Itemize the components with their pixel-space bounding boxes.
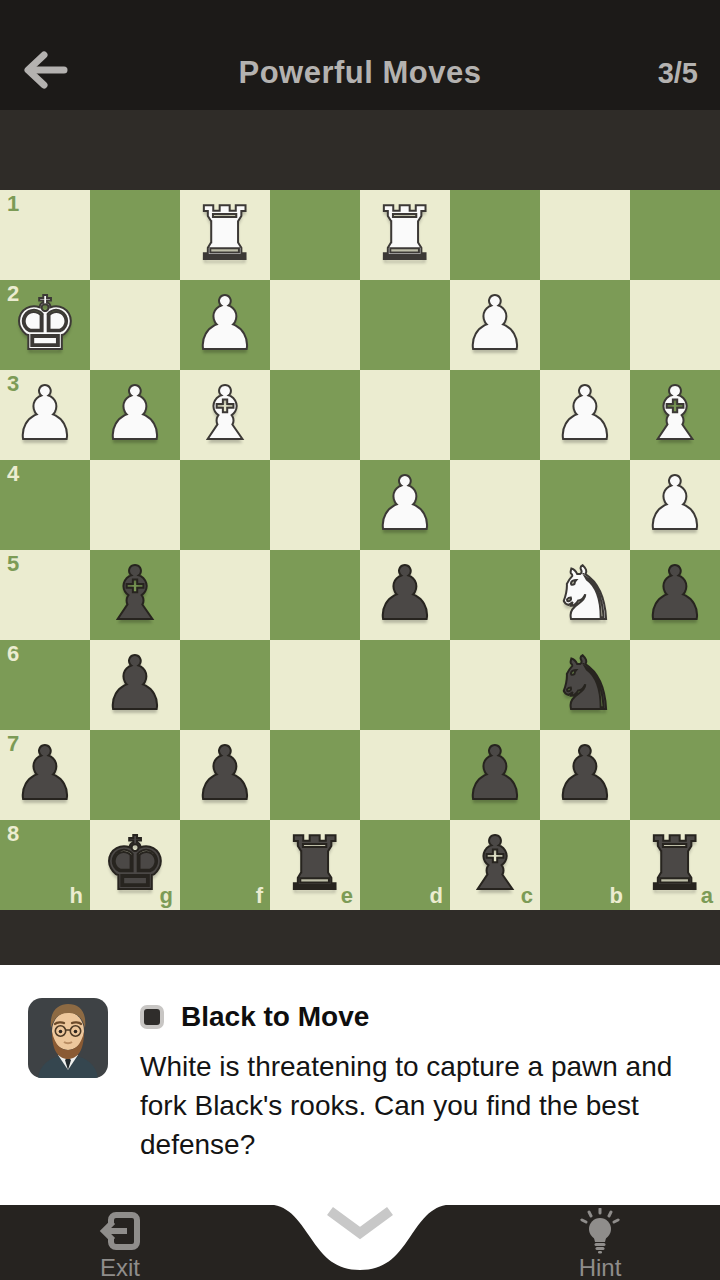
square-f5[interactable] (180, 550, 270, 640)
square-h6[interactable]: 6 (0, 640, 90, 730)
square-a2[interactable] (630, 280, 720, 370)
piece-wP-g3[interactable]: ♟︎ (90, 370, 180, 460)
square-a3[interactable]: ♝︎ (630, 370, 720, 460)
square-f1[interactable]: ♜︎ (180, 190, 270, 280)
move-indicator-row: Black to Move (140, 1001, 369, 1033)
square-h4[interactable]: 4 (0, 460, 90, 550)
square-b8[interactable]: b (540, 820, 630, 910)
hint-button[interactable]: Hint (545, 1209, 655, 1280)
coach-avatar-image (28, 998, 108, 1078)
piece-wK-h2[interactable]: ♚︎ (0, 280, 90, 370)
square-b1[interactable] (540, 190, 630, 280)
square-d4[interactable]: ♟︎ (360, 460, 450, 550)
piece-wP-c2[interactable]: ♟︎ (450, 280, 540, 370)
square-b3[interactable]: ♟︎ (540, 370, 630, 460)
board-margin-top (0, 110, 720, 190)
square-h5[interactable]: 5 (0, 550, 90, 640)
piece-bK-g8[interactable]: ♚︎ (90, 820, 180, 910)
square-g4[interactable] (90, 460, 180, 550)
piece-bP-d5[interactable]: ♟︎ (360, 550, 450, 640)
square-c8[interactable]: c♝︎ (450, 820, 540, 910)
board-margin-bottom (0, 910, 720, 965)
piece-bB-c8[interactable]: ♝︎ (450, 820, 540, 910)
square-e6[interactable] (270, 640, 360, 730)
square-g8[interactable]: g♚︎ (90, 820, 180, 910)
file-label-f: f (256, 885, 263, 907)
piece-wP-f2[interactable]: ♟︎ (180, 280, 270, 370)
square-b2[interactable] (540, 280, 630, 370)
piece-wR-f1[interactable]: ♜︎ (180, 190, 270, 280)
square-b5[interactable]: ♞︎ (540, 550, 630, 640)
piece-bR-a8[interactable]: ♜︎ (630, 820, 720, 910)
piece-bB-g5[interactable]: ♝︎ (90, 550, 180, 640)
piece-bN-b6[interactable]: ♞︎ (540, 640, 630, 730)
piece-wB-a3[interactable]: ♝︎ (630, 370, 720, 460)
square-f3[interactable]: ♝︎ (180, 370, 270, 460)
square-c7[interactable]: ♟︎ (450, 730, 540, 820)
square-e2[interactable] (270, 280, 360, 370)
square-c3[interactable] (450, 370, 540, 460)
piece-bP-f7[interactable]: ♟︎ (180, 730, 270, 820)
square-b4[interactable] (540, 460, 630, 550)
square-g3[interactable]: ♟︎ (90, 370, 180, 460)
square-f2[interactable]: ♟︎ (180, 280, 270, 370)
top-bar: Powerful Moves 3/5 (0, 0, 720, 110)
square-e4[interactable] (270, 460, 360, 550)
square-a1[interactable] (630, 190, 720, 280)
piece-wP-b3[interactable]: ♟︎ (540, 370, 630, 460)
square-g5[interactable]: ♝︎ (90, 550, 180, 640)
rank-label-5: 5 (7, 553, 19, 575)
bottom-bar: Exit Hint (0, 1205, 720, 1280)
square-d1[interactable]: ♜︎ (360, 190, 450, 280)
exit-button[interactable]: Exit (65, 1209, 175, 1280)
hint-label: Hint (545, 1254, 655, 1280)
square-c4[interactable] (450, 460, 540, 550)
square-c1[interactable] (450, 190, 540, 280)
lightbulb-icon (545, 1209, 655, 1253)
notch-shape (263, 1204, 457, 1274)
rank-label-6: 6 (7, 643, 19, 665)
square-d2[interactable] (360, 280, 450, 370)
piece-bP-c7[interactable]: ♟︎ (450, 730, 540, 820)
square-d7[interactable] (360, 730, 450, 820)
square-h3[interactable]: 3♟︎ (0, 370, 90, 460)
square-a5[interactable]: ♟︎ (630, 550, 720, 640)
piece-bP-h7[interactable]: ♟︎ (0, 730, 90, 820)
square-d3[interactable] (360, 370, 450, 460)
square-f4[interactable] (180, 460, 270, 550)
square-a6[interactable] (630, 640, 720, 730)
square-e8[interactable]: e♜︎ (270, 820, 360, 910)
square-g1[interactable] (90, 190, 180, 280)
square-h8[interactable]: 8h (0, 820, 90, 910)
rank-label-8: 8 (7, 823, 19, 845)
piece-wP-h3[interactable]: ♟︎ (0, 370, 90, 460)
square-f7[interactable]: ♟︎ (180, 730, 270, 820)
square-e5[interactable] (270, 550, 360, 640)
file-label-b: b (610, 885, 623, 907)
square-e7[interactable] (270, 730, 360, 820)
piece-bR-e8[interactable]: ♜︎ (270, 820, 360, 910)
black-square-icon (140, 1005, 164, 1029)
page-title: Powerful Moves (0, 55, 720, 91)
square-f6[interactable] (180, 640, 270, 730)
square-a4[interactable]: ♟︎ (630, 460, 720, 550)
square-b7[interactable]: ♟︎ (540, 730, 630, 820)
square-g7[interactable] (90, 730, 180, 820)
square-d8[interactable]: d (360, 820, 450, 910)
square-g2[interactable] (90, 280, 180, 370)
file-label-d: d (430, 885, 443, 907)
move-indicator-heading: Black to Move (181, 1001, 369, 1033)
piece-wR-d1[interactable]: ♜︎ (360, 190, 450, 280)
square-e1[interactable] (270, 190, 360, 280)
square-h7[interactable]: 7♟︎ (0, 730, 90, 820)
collapse-panel-handle[interactable] (263, 1204, 457, 1274)
piece-bP-b7[interactable]: ♟︎ (540, 730, 630, 820)
square-c2[interactable]: ♟︎ (450, 280, 540, 370)
rank-label-1: 1 (7, 193, 19, 215)
square-d6[interactable] (360, 640, 450, 730)
exit-icon (65, 1209, 175, 1253)
piece-wB-f3[interactable]: ♝︎ (180, 370, 270, 460)
piece-bP-g6[interactable]: ♟︎ (90, 640, 180, 730)
coach-panel: Black to Move White is threatening to ca… (0, 965, 720, 1205)
coach-message: White is threatening to capture a pawn a… (140, 1047, 685, 1164)
square-e3[interactable] (270, 370, 360, 460)
square-f8[interactable]: f (180, 820, 270, 910)
square-g6[interactable]: ♟︎ (90, 640, 180, 730)
puzzle-progress: 3/5 (658, 57, 698, 90)
piece-bP-a5[interactable]: ♟︎ (630, 550, 720, 640)
coach-avatar (28, 998, 108, 1078)
piece-wP-a4[interactable]: ♟︎ (630, 460, 720, 550)
exit-label: Exit (65, 1254, 175, 1280)
square-c6[interactable] (450, 640, 540, 730)
piece-wP-d4[interactable]: ♟︎ (360, 460, 450, 550)
chess-board[interactable]: 1♜︎♜︎2♚︎♟︎♟︎3♟︎♟︎♝︎♟︎♝︎4♟︎♟︎5♝︎♟︎♞︎♟︎6♟︎… (0, 190, 720, 910)
square-c5[interactable] (450, 550, 540, 640)
square-h2[interactable]: 2♚︎ (0, 280, 90, 370)
square-a8[interactable]: a♜︎ (630, 820, 720, 910)
square-a7[interactable] (630, 730, 720, 820)
rank-label-4: 4 (7, 463, 19, 485)
file-label-h: h (70, 885, 83, 907)
square-h1[interactable]: 1 (0, 190, 90, 280)
square-d5[interactable]: ♟︎ (360, 550, 450, 640)
square-b6[interactable]: ♞︎ (540, 640, 630, 730)
piece-wN-b5[interactable]: ♞︎ (540, 550, 630, 640)
